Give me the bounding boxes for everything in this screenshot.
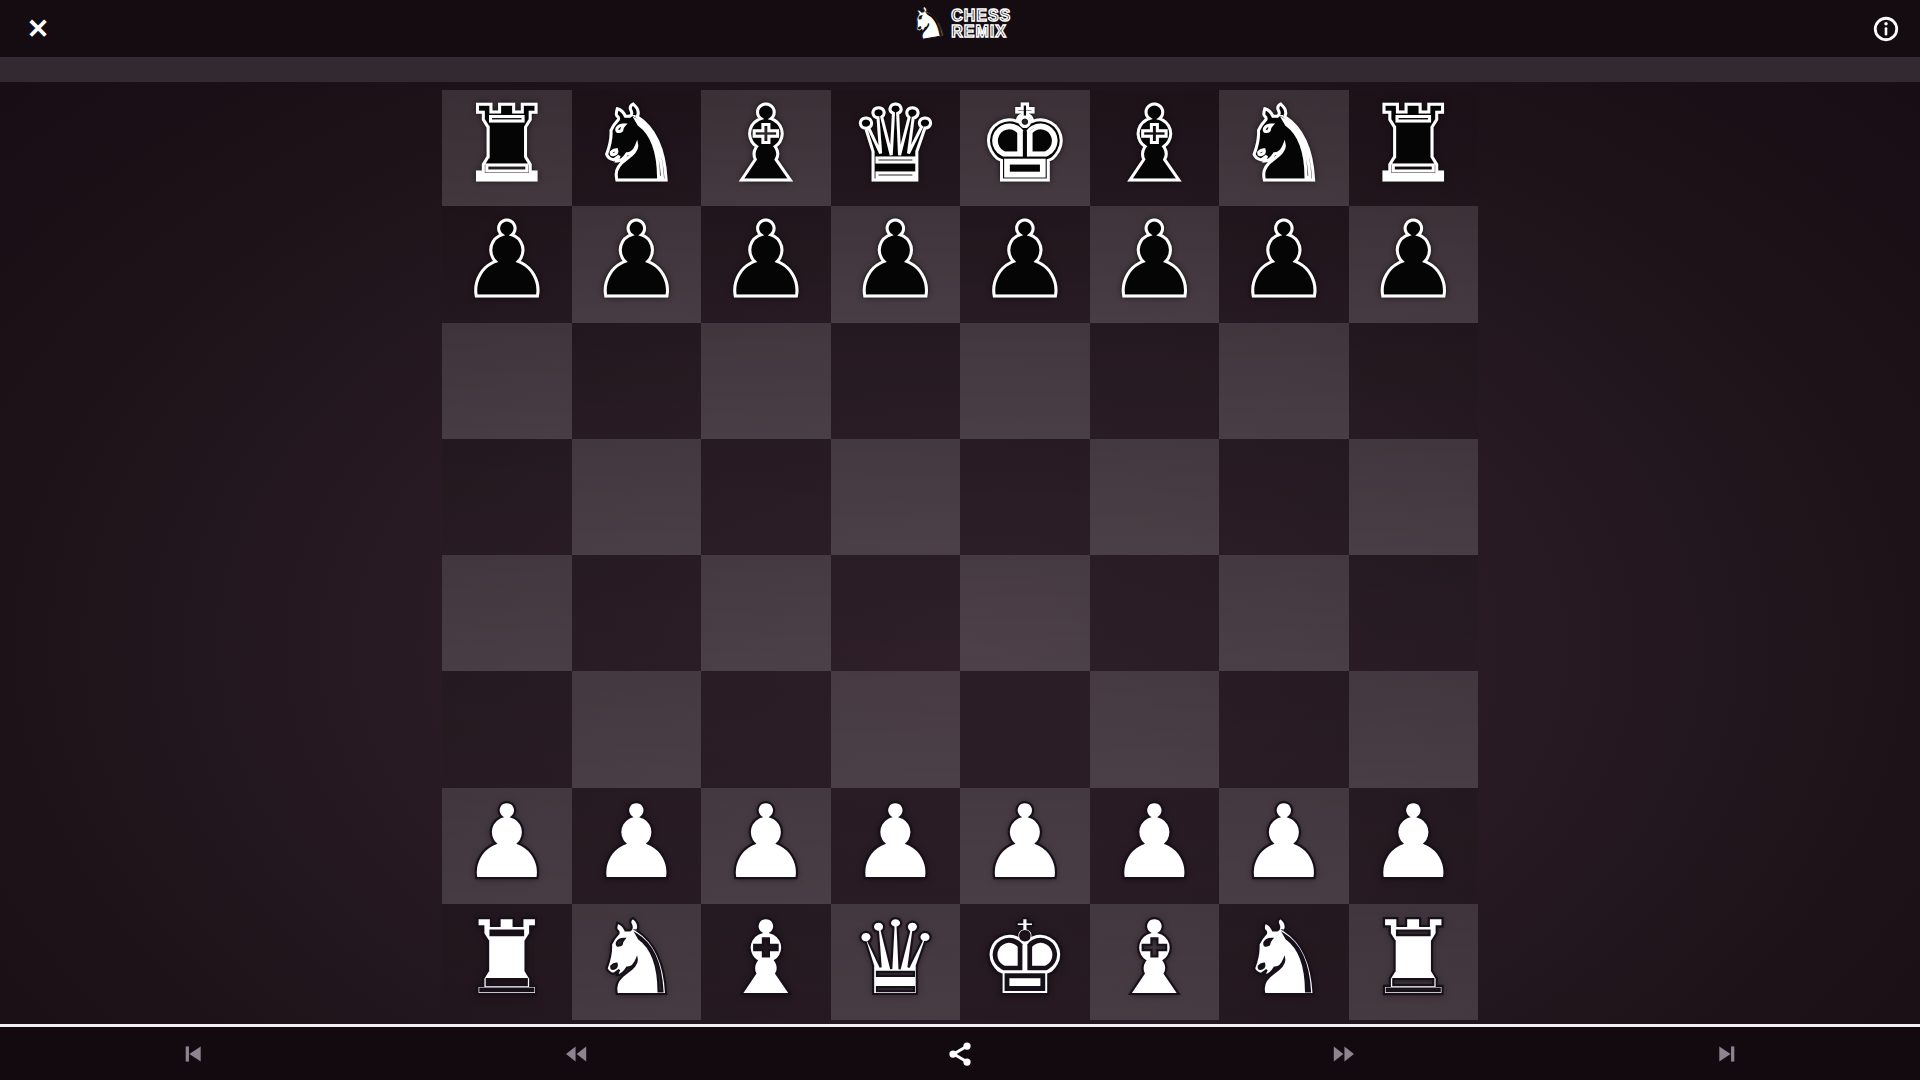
white-pawn[interactable]: ♟ [1237,790,1330,894]
square-c5[interactable] [701,439,831,555]
square-f2[interactable]: ♟ [1090,788,1220,904]
black-pawn[interactable]: ♟ [1367,208,1460,312]
black-pawn[interactable]: ♟ [719,208,812,312]
square-d6[interactable] [831,323,961,439]
square-a2[interactable]: ♟ [442,788,572,904]
black-bishop[interactable]: ♝ [719,92,812,196]
square-b1[interactable]: ♞ [572,904,702,1020]
square-a6[interactable] [442,323,572,439]
square-a7[interactable]: ♟ [442,206,572,322]
white-bishop[interactable]: ♝ [1108,906,1201,1010]
square-h7[interactable]: ♟ [1349,206,1479,322]
black-rook[interactable]: ♜ [460,92,553,196]
black-rook[interactable]: ♜ [1367,92,1460,196]
black-knight[interactable]: ♞ [1237,92,1330,196]
square-e7[interactable]: ♟ [960,206,1090,322]
fast-forward-button[interactable] [1152,1027,1536,1080]
info-circle-icon [1872,15,1900,43]
black-pawn[interactable]: ♟ [590,208,683,312]
logo-title-line2: REMIX [951,24,1011,40]
square-c8[interactable]: ♝ [701,90,831,206]
skip-to-end-button[interactable] [1536,1027,1920,1080]
info-button[interactable] [1866,9,1906,49]
square-b7[interactable]: ♟ [572,206,702,322]
white-knight[interactable]: ♞ [1237,906,1330,1010]
square-f5[interactable] [1090,439,1220,555]
skip-to-start-button[interactable] [0,1027,384,1080]
top-bar: ✕ ♞ CHESS REMIX [0,0,1920,57]
square-d8[interactable]: ♛ [831,90,961,206]
square-b6[interactable] [572,323,702,439]
square-h4[interactable] [1349,555,1479,671]
square-b3[interactable] [572,671,702,787]
white-rook[interactable]: ♜ [460,906,553,1010]
square-g7[interactable]: ♟ [1219,206,1349,322]
black-pawn[interactable]: ♟ [978,208,1071,312]
square-a3[interactable] [442,671,572,787]
white-pawn[interactable]: ♟ [1108,790,1201,894]
square-g5[interactable] [1219,439,1349,555]
square-g3[interactable] [1219,671,1349,787]
square-e8[interactable]: ♚ [960,90,1090,206]
fast-forward-icon [1330,1041,1358,1067]
white-rook[interactable]: ♜ [1367,906,1460,1010]
white-king[interactable]: ♚ [978,906,1071,1010]
game-area: ♜♞♝♛♚♝♞♜♟♟♟♟♟♟♟♟♟♟♟♟♟♟♟♟♜♞♝♛♚♝♞♜ [0,82,1920,1024]
bottom-bar [0,1024,1920,1080]
square-h5[interactable] [1349,439,1479,555]
rewind-icon [562,1041,590,1067]
square-c1[interactable]: ♝ [701,904,831,1020]
square-g8[interactable]: ♞ [1219,90,1349,206]
black-pawn[interactable]: ♟ [460,208,553,312]
square-h2[interactable]: ♟ [1349,788,1479,904]
white-pawn[interactable]: ♟ [460,790,553,894]
close-icon: ✕ [27,13,50,45]
square-f6[interactable] [1090,323,1220,439]
white-knight[interactable]: ♞ [590,906,683,1010]
white-queen[interactable]: ♛ [849,906,942,1010]
square-a5[interactable] [442,439,572,555]
square-d3[interactable] [831,671,961,787]
white-pawn[interactable]: ♟ [1367,790,1460,894]
square-a1[interactable]: ♜ [442,904,572,1020]
white-pawn[interactable]: ♟ [719,790,812,894]
square-d2[interactable]: ♟ [831,788,961,904]
square-h1[interactable]: ♜ [1349,904,1479,1020]
rewind-button[interactable] [384,1027,768,1080]
square-f4[interactable] [1090,555,1220,671]
black-pawn[interactable]: ♟ [1108,208,1201,312]
square-d4[interactable] [831,555,961,671]
square-b5[interactable] [572,439,702,555]
square-f1[interactable]: ♝ [1090,904,1220,1020]
white-bishop[interactable]: ♝ [719,906,812,1010]
logo-title: CHESS REMIX [951,8,1011,40]
logo-title-line1: CHESS [951,8,1011,24]
square-e6[interactable] [960,323,1090,439]
share-button[interactable] [768,1027,1152,1080]
square-d1[interactable]: ♛ [831,904,961,1020]
square-b4[interactable] [572,555,702,671]
skip-to-start-icon [179,1041,205,1067]
square-g4[interactable] [1219,555,1349,671]
square-e2[interactable]: ♟ [960,788,1090,904]
black-bishop[interactable]: ♝ [1108,92,1201,196]
square-e1[interactable]: ♚ [960,904,1090,1020]
chess-board: ♜♞♝♛♚♝♞♜♟♟♟♟♟♟♟♟♟♟♟♟♟♟♟♟♜♞♝♛♚♝♞♜ [442,90,1478,1020]
square-f8[interactable]: ♝ [1090,90,1220,206]
black-knight[interactable]: ♞ [590,92,683,196]
square-h6[interactable] [1349,323,1479,439]
square-d5[interactable] [831,439,961,555]
black-king[interactable]: ♚ [978,92,1071,196]
logo-knight-icon: ♞ [905,0,951,48]
square-d7[interactable]: ♟ [831,206,961,322]
black-pawn[interactable]: ♟ [1237,208,1330,312]
square-e4[interactable] [960,555,1090,671]
square-f7[interactable]: ♟ [1090,206,1220,322]
share-icon [945,1039,975,1069]
square-c2[interactable]: ♟ [701,788,831,904]
black-pawn[interactable]: ♟ [849,208,942,312]
square-b2[interactable]: ♟ [572,788,702,904]
square-g2[interactable]: ♟ [1219,788,1349,904]
square-c4[interactable] [701,555,831,671]
square-f3[interactable] [1090,671,1220,787]
white-pawn[interactable]: ♟ [590,790,683,894]
square-c3[interactable] [701,671,831,787]
square-e3[interactable] [960,671,1090,787]
skip-to-end-icon [1715,1041,1741,1067]
square-a8[interactable]: ♜ [442,90,572,206]
square-a4[interactable] [442,555,572,671]
square-g6[interactable] [1219,323,1349,439]
white-pawn[interactable]: ♟ [849,790,942,894]
app-window: ✕ ♞ CHESS REMIX ♜♞♝♛♚♝♞♜♟♟♟♟♟♟♟♟♟♟♟♟♟♟♟♟… [0,0,1920,1080]
square-b8[interactable]: ♞ [572,90,702,206]
square-e5[interactable] [960,439,1090,555]
square-g1[interactable]: ♞ [1219,904,1349,1020]
square-h3[interactable] [1349,671,1479,787]
header-strip [0,57,1920,82]
square-c6[interactable] [701,323,831,439]
app-logo: ♞ CHESS REMIX [909,3,1012,45]
white-pawn[interactable]: ♟ [978,790,1071,894]
square-h8[interactable]: ♜ [1349,90,1479,206]
black-queen[interactable]: ♛ [849,92,942,196]
close-button[interactable]: ✕ [18,9,58,49]
square-c7[interactable]: ♟ [701,206,831,322]
